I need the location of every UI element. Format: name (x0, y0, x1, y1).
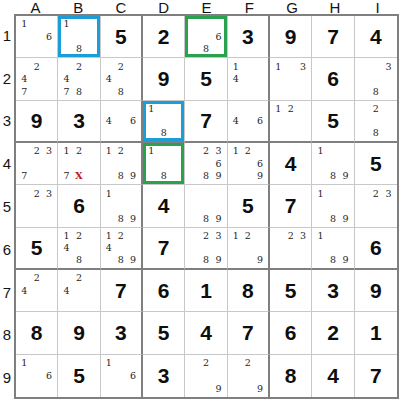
empty-candidate-slot (145, 157, 157, 169)
candidate-2: 2 (284, 103, 296, 115)
empty-candidate-slot (170, 103, 182, 115)
cell-E8[interactable]: 4 (185, 312, 227, 354)
empty-candidate-slot (314, 170, 326, 182)
empty-candidate-slot (254, 127, 266, 139)
cell-I6[interactable]: 6 (355, 228, 397, 270)
cell-C9[interactable]: 16 (101, 355, 143, 397)
pencil-marks: 13 (272, 60, 309, 97)
empty-candidate-slot (357, 60, 370, 72)
candidate-9: 9 (212, 382, 224, 395)
placed-digit-7: 7 (312, 16, 353, 57)
empty-candidate-slot (212, 43, 224, 55)
empty-candidate-slot (242, 73, 254, 85)
cell-I2[interactable]: 38 (355, 58, 397, 100)
cell-B8[interactable]: 9 (58, 312, 100, 354)
empty-candidate-slot (60, 157, 72, 169)
cell-D8[interactable]: 5 (143, 312, 185, 354)
candidate-8: 8 (73, 85, 85, 97)
placed-digit-7: 7 (185, 101, 226, 141)
empty-candidate-slot (85, 170, 97, 182)
empty-candidate-slot (115, 73, 127, 85)
empty-candidate-slot (369, 115, 382, 127)
empty-candidate-slot (18, 212, 30, 224)
empty-candidate-slot (327, 242, 339, 254)
candidate-1: 1 (272, 103, 284, 115)
empty-candidate-slot (297, 254, 309, 266)
placed-digit-5: 5 (16, 228, 57, 268)
empty-candidate-slot (43, 200, 55, 212)
empty-candidate-slot (357, 85, 370, 97)
empty-candidate-slot (73, 242, 85, 254)
cell-I7[interactable]: 9 (355, 270, 397, 312)
empty-candidate-slot (85, 43, 97, 55)
cell-B7[interactable]: 24 (58, 270, 100, 312)
pencil-marks: 12 (272, 103, 309, 139)
placed-digit-9: 9 (58, 312, 99, 353)
empty-candidate-slot (18, 272, 30, 284)
empty-candidate-slot (30, 212, 42, 224)
candidate-1: 1 (18, 18, 30, 30)
cell-I1[interactable]: 4 (355, 16, 397, 58)
candidate-9: 9 (254, 382, 266, 395)
empty-candidate-slot (212, 242, 224, 254)
cell-B5[interactable]: 6 (58, 185, 100, 227)
empty-candidate-slot (43, 43, 55, 55)
candidate-7: 7 (60, 85, 72, 97)
empty-candidate-slot (85, 18, 97, 30)
candidate-2: 2 (30, 187, 42, 199)
candidate-4: 4 (230, 73, 242, 85)
candidate-8: 8 (200, 254, 212, 266)
cell-D7[interactable]: 6 (143, 270, 185, 312)
cell-H1[interactable]: 7 (312, 16, 354, 58)
candidate-4: 4 (18, 284, 30, 296)
empty-candidate-slot (357, 200, 370, 212)
eliminated-candidate-8: X (73, 170, 85, 182)
candidate-4: 4 (230, 115, 242, 127)
row-label-7: 7 (0, 271, 14, 314)
empty-candidate-slot (327, 230, 339, 242)
cell-E7[interactable]: 1 (185, 270, 227, 312)
cell-G8[interactable]: 6 (270, 312, 312, 354)
empty-candidate-slot (103, 382, 115, 395)
empty-candidate-slot (212, 187, 224, 199)
empty-candidate-slot (200, 187, 212, 199)
cell-B1[interactable]: 18 (58, 16, 100, 58)
cell-G6[interactable]: 23 (270, 228, 312, 270)
cell-A7[interactable]: 24 (16, 270, 58, 312)
empty-candidate-slot (230, 357, 242, 370)
candidate-8: 8 (327, 170, 339, 182)
empty-candidate-slot (170, 115, 182, 127)
empty-candidate-slot (145, 115, 157, 127)
empty-candidate-slot (127, 85, 139, 97)
candidate-7: 7 (18, 170, 30, 182)
empty-candidate-slot (43, 170, 55, 182)
empty-candidate-slot (127, 157, 139, 169)
candidate-1: 1 (314, 145, 326, 157)
empty-candidate-slot (212, 200, 224, 212)
empty-candidate-slot (242, 85, 254, 97)
candidate-1: 1 (18, 357, 30, 370)
empty-candidate-slot (30, 85, 42, 97)
empty-candidate-slot (187, 212, 199, 224)
cell-C3[interactable]: 46 (101, 101, 143, 143)
empty-candidate-slot (187, 43, 199, 55)
cell-D6[interactable]: 7 (143, 228, 185, 270)
cell-C2[interactable]: 248 (101, 58, 143, 100)
cell-F5[interactable]: 5 (228, 185, 270, 227)
empty-candidate-slot (284, 60, 296, 72)
candidate-3: 3 (382, 187, 395, 199)
row-labels: 123456789 (0, 14, 14, 399)
cell-D1[interactable]: 2 (143, 16, 185, 58)
empty-candidate-slot (284, 73, 296, 85)
empty-candidate-slot (382, 212, 395, 224)
cell-I8[interactable]: 1 (355, 312, 397, 354)
cell-F4[interactable]: 1269 (228, 143, 270, 185)
empty-candidate-slot (272, 85, 284, 97)
placed-digit-8: 8 (16, 312, 57, 353)
empty-candidate-slot (230, 382, 242, 395)
pencil-marks: 2478 (60, 60, 97, 97)
pencil-marks: 68 (187, 18, 224, 55)
placed-digit-7: 7 (228, 312, 268, 353)
placed-digit-3: 3 (101, 312, 141, 353)
cell-C6[interactable]: 12489 (101, 228, 143, 270)
cell-H3[interactable]: 5 (312, 101, 354, 143)
empty-candidate-slot (339, 242, 351, 254)
cell-G9[interactable]: 8 (270, 355, 312, 397)
cell-C7[interactable]: 7 (101, 270, 143, 312)
candidate-1: 1 (230, 230, 242, 242)
row-label-9: 9 (0, 356, 14, 399)
empty-candidate-slot (187, 200, 199, 212)
candidate-9: 9 (212, 212, 224, 224)
empty-candidate-slot (187, 369, 199, 382)
cell-G1[interactable]: 9 (270, 16, 312, 58)
pencil-marks: 127X (60, 145, 97, 182)
candidate-8: 8 (157, 127, 169, 139)
candidate-1: 1 (60, 18, 72, 30)
pencil-marks: 18 (145, 103, 182, 139)
placed-digit-7: 7 (143, 228, 184, 268)
placed-digit-5: 5 (270, 270, 311, 311)
candidate-8: 8 (200, 170, 212, 182)
empty-candidate-slot (127, 242, 139, 254)
empty-candidate-slot (284, 242, 296, 254)
cell-G7[interactable]: 5 (270, 270, 312, 312)
pencil-marks: 247 (18, 60, 55, 97)
cell-B6[interactable]: 1248 (58, 228, 100, 270)
empty-candidate-slot (254, 145, 266, 157)
empty-candidate-slot (30, 297, 42, 309)
empty-candidate-slot (85, 60, 97, 72)
empty-candidate-slot (30, 43, 42, 55)
cell-D3[interactable]: 18 (143, 101, 185, 143)
pencil-marks: 23 (357, 187, 395, 224)
empty-candidate-slot (284, 85, 296, 97)
cell-B3[interactable]: 3 (58, 101, 100, 143)
empty-candidate-slot (200, 200, 212, 212)
candidate-3: 3 (43, 145, 55, 157)
empty-candidate-slot (254, 357, 266, 370)
cell-A8[interactable]: 8 (16, 312, 58, 354)
cell-E6[interactable]: 2389 (185, 228, 227, 270)
cell-H6[interactable]: 189 (312, 228, 354, 270)
cell-A9[interactable]: 16 (16, 355, 58, 397)
empty-candidate-slot (85, 230, 97, 242)
placed-digit-5: 5 (143, 312, 184, 353)
candidate-9: 9 (212, 254, 224, 266)
empty-candidate-slot (242, 127, 254, 139)
cell-G2[interactable]: 13 (270, 58, 312, 100)
cell-F8[interactable]: 7 (228, 312, 270, 354)
empty-candidate-slot (272, 230, 284, 242)
column-label-B: B (57, 0, 100, 15)
placed-digit-3: 3 (312, 270, 353, 311)
cell-F3[interactable]: 46 (228, 101, 270, 143)
candidate-8: 8 (73, 254, 85, 266)
candidate-1: 1 (145, 103, 157, 115)
cell-B4[interactable]: 127X (58, 143, 100, 185)
candidate-3: 3 (382, 60, 395, 72)
pencil-marks: 29 (230, 357, 266, 395)
cell-A1[interactable]: 16 (16, 16, 58, 58)
cell-H4[interactable]: 189 (312, 143, 354, 185)
cell-B2[interactable]: 2478 (58, 58, 100, 100)
cell-D9[interactable]: 3 (143, 355, 185, 397)
cell-C1[interactable]: 5 (101, 16, 143, 58)
empty-candidate-slot (18, 30, 30, 42)
empty-candidate-slot (30, 284, 42, 296)
empty-candidate-slot (339, 200, 351, 212)
empty-candidate-slot (103, 127, 115, 139)
empty-candidate-slot (60, 60, 72, 72)
cell-G4[interactable]: 4 (270, 143, 312, 185)
column-label-A: A (14, 0, 57, 15)
empty-candidate-slot (327, 187, 339, 199)
candidate-9: 9 (127, 212, 139, 224)
empty-candidate-slot (103, 60, 115, 72)
pencil-marks: 46 (103, 103, 139, 139)
candidate-2: 2 (242, 145, 254, 157)
placed-digit-4: 4 (185, 312, 226, 353)
empty-candidate-slot (115, 115, 127, 127)
cell-D5[interactable]: 4 (143, 185, 185, 227)
cell-E2[interactable]: 5 (185, 58, 227, 100)
empty-candidate-slot (212, 18, 224, 30)
sudoku-app: ABCDEFGHI 123456789 16185268397424724782… (0, 0, 400, 400)
empty-candidate-slot (103, 103, 115, 115)
cell-E5[interactable]: 89 (185, 185, 227, 227)
cell-F2[interactable]: 14 (228, 58, 270, 100)
empty-candidate-slot (382, 115, 395, 127)
empty-candidate-slot (272, 73, 284, 85)
cell-I4[interactable]: 5 (355, 143, 397, 185)
pencil-marks: 12489 (103, 230, 139, 266)
placed-digit-4: 4 (270, 143, 311, 184)
cell-H9[interactable]: 4 (312, 355, 354, 397)
empty-candidate-slot (73, 284, 85, 296)
candidate-9: 9 (339, 254, 351, 266)
empty-candidate-slot (170, 157, 182, 169)
cell-E9[interactable]: 29 (185, 355, 227, 397)
candidate-8: 8 (115, 170, 127, 182)
empty-candidate-slot (127, 382, 139, 395)
empty-candidate-slot (18, 157, 30, 169)
empty-candidate-slot (284, 127, 296, 139)
candidate-6: 6 (43, 30, 55, 42)
empty-candidate-slot (18, 60, 30, 72)
empty-candidate-slot (30, 357, 42, 370)
candidate-6: 6 (254, 157, 266, 169)
empty-candidate-slot (212, 369, 224, 382)
cell-A4[interactable]: 237 (16, 143, 58, 185)
cell-D4[interactable]: 18 (143, 143, 185, 185)
candidate-2: 2 (115, 230, 127, 242)
candidate-6: 6 (254, 115, 266, 127)
empty-candidate-slot (145, 170, 157, 182)
empty-candidate-slot (357, 103, 370, 115)
cell-H8[interactable]: 2 (312, 312, 354, 354)
cell-A3[interactable]: 9 (16, 101, 58, 143)
cell-C8[interactable]: 3 (101, 312, 143, 354)
empty-candidate-slot (272, 242, 284, 254)
candidate-9: 9 (127, 254, 139, 266)
placed-digit-9: 9 (355, 270, 397, 311)
empty-candidate-slot (314, 242, 326, 254)
empty-candidate-slot (115, 357, 127, 370)
candidate-1: 1 (230, 145, 242, 157)
empty-candidate-slot (85, 254, 97, 266)
cell-E3[interactable]: 7 (185, 101, 227, 143)
candidate-6: 6 (43, 369, 55, 382)
cell-A5[interactable]: 23 (16, 185, 58, 227)
empty-candidate-slot (382, 73, 395, 85)
candidate-3: 3 (212, 230, 224, 242)
empty-candidate-slot (187, 145, 199, 157)
pencil-marks: 18 (145, 145, 182, 182)
placed-digit-5: 5 (58, 355, 99, 397)
cell-I5[interactable]: 23 (355, 185, 397, 227)
placed-digit-9: 9 (143, 58, 184, 99)
empty-candidate-slot (18, 297, 30, 309)
empty-candidate-slot (18, 369, 30, 382)
cell-H2[interactable]: 6 (312, 58, 354, 100)
cell-E4[interactable]: 23689 (185, 143, 227, 185)
empty-candidate-slot (18, 200, 30, 212)
empty-candidate-slot (18, 43, 30, 55)
candidate-8: 8 (369, 85, 382, 97)
pencil-marks: 1269 (230, 145, 266, 182)
empty-candidate-slot (242, 242, 254, 254)
cell-E1[interactable]: 68 (185, 16, 227, 58)
empty-candidate-slot (85, 297, 97, 309)
cell-F7[interactable]: 8 (228, 270, 270, 312)
candidate-6: 6 (127, 369, 139, 382)
cell-B9[interactable]: 5 (58, 355, 100, 397)
cell-G5[interactable]: 7 (270, 185, 312, 227)
empty-candidate-slot (30, 157, 42, 169)
candidate-2: 2 (200, 230, 212, 242)
empty-candidate-slot (230, 157, 242, 169)
cell-F6[interactable]: 129 (228, 228, 270, 270)
empty-candidate-slot (297, 85, 309, 97)
candidate-4: 4 (60, 73, 72, 85)
empty-candidate-slot (103, 254, 115, 266)
cell-A6[interactable]: 5 (16, 228, 58, 270)
empty-candidate-slot (357, 212, 370, 224)
empty-candidate-slot (272, 115, 284, 127)
pencil-marks: 189 (314, 187, 351, 224)
cell-A2[interactable]: 247 (16, 58, 58, 100)
empty-candidate-slot (157, 103, 169, 115)
candidate-1: 1 (272, 60, 284, 72)
empty-candidate-slot (230, 103, 242, 115)
candidate-8: 8 (327, 212, 339, 224)
cell-D2[interactable]: 9 (143, 58, 185, 100)
empty-candidate-slot (382, 200, 395, 212)
empty-candidate-slot (43, 284, 55, 296)
empty-candidate-slot (242, 382, 254, 395)
placed-digit-6: 6 (143, 270, 184, 311)
empty-candidate-slot (254, 242, 266, 254)
empty-candidate-slot (230, 127, 242, 139)
placed-digit-9: 9 (16, 101, 57, 141)
empty-candidate-slot (60, 297, 72, 309)
pencil-marks: 1289 (103, 145, 139, 182)
empty-candidate-slot (103, 157, 115, 169)
empty-candidate-slot (327, 200, 339, 212)
candidate-7: 7 (60, 170, 72, 182)
pencil-marks: 23 (18, 187, 55, 224)
placed-digit-7: 7 (270, 185, 311, 226)
cell-H7[interactable]: 3 (312, 270, 354, 312)
candidate-6: 6 (127, 115, 139, 127)
empty-candidate-slot (30, 200, 42, 212)
empty-candidate-slot (115, 127, 127, 139)
placed-digit-6: 6 (58, 185, 99, 226)
empty-candidate-slot (127, 73, 139, 85)
empty-candidate-slot (382, 127, 395, 139)
empty-candidate-slot (357, 73, 370, 85)
cell-I3[interactable]: 28 (355, 101, 397, 143)
empty-candidate-slot (115, 103, 127, 115)
row-label-2: 2 (0, 57, 14, 100)
empty-candidate-slot (85, 73, 97, 85)
empty-candidate-slot (115, 200, 127, 212)
cell-F1[interactable]: 3 (228, 16, 270, 58)
cell-F9[interactable]: 29 (228, 355, 270, 397)
cell-H5[interactable]: 189 (312, 185, 354, 227)
candidate-4: 4 (60, 242, 72, 254)
cell-C5[interactable]: 189 (101, 185, 143, 227)
candidate-9: 9 (254, 254, 266, 266)
candidate-2: 2 (369, 103, 382, 115)
row-label-3: 3 (0, 100, 14, 143)
candidate-4: 4 (18, 73, 30, 85)
empty-candidate-slot (254, 230, 266, 242)
column-label-H: H (313, 0, 356, 15)
candidate-8: 8 (327, 254, 339, 266)
cell-C4[interactable]: 1289 (101, 143, 143, 185)
candidate-4: 4 (103, 115, 115, 127)
empty-candidate-slot (242, 157, 254, 169)
cell-I9[interactable]: 7 (355, 355, 397, 397)
cell-G3[interactable]: 12 (270, 101, 312, 143)
placed-digit-2: 2 (143, 16, 184, 57)
